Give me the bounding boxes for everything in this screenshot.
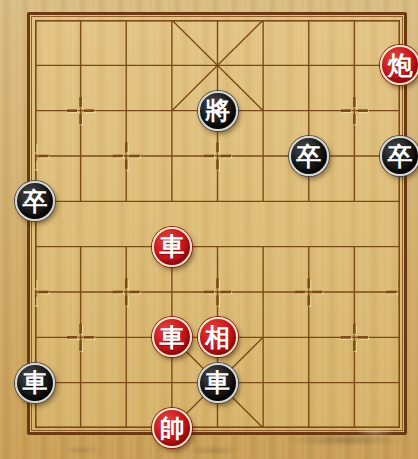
piece-red-chariot[interactable]: 車 (152, 317, 192, 357)
piece-red-cannon[interactable]: 炮 (380, 45, 418, 85)
piece-black-general[interactable]: 將 (198, 91, 238, 131)
piece-black-chariot[interactable]: 車 (198, 363, 238, 403)
watermark-smudge (62, 446, 102, 454)
piece-black-soldier[interactable]: 卒 (289, 136, 329, 176)
piece-red-elephant[interactable]: 相 (198, 317, 238, 357)
watermark-smudge (285, 434, 403, 446)
xiangqi-game-screen: 炮將卒卒卒車車相車車帥 (0, 0, 418, 459)
piece-red-chariot[interactable]: 車 (152, 227, 192, 267)
piece-black-soldier[interactable]: 卒 (380, 136, 418, 176)
piece-red-general[interactable]: 帥 (152, 408, 192, 448)
piece-black-chariot[interactable]: 車 (15, 363, 55, 403)
watermark-smudge (185, 446, 240, 455)
xiangqi-board[interactable]: 炮將卒卒卒車車相車車帥 (35, 20, 400, 428)
